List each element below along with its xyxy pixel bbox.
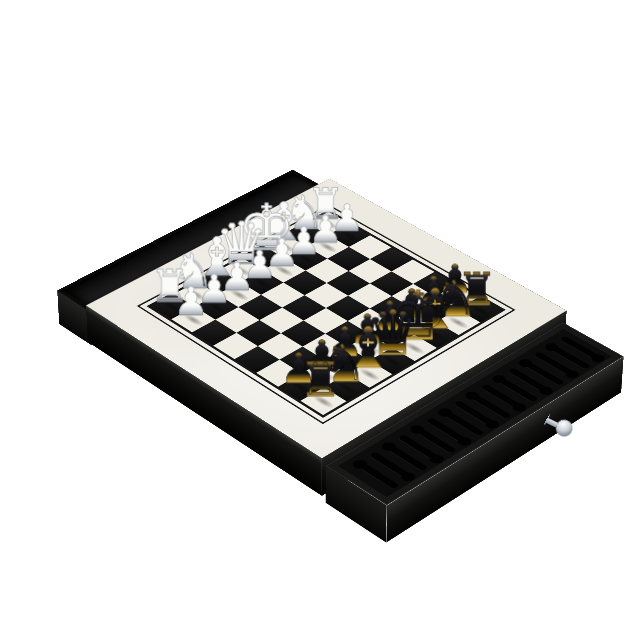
chess-box: ♜♞♝♛♚♝♞♜♟♟♟♟♟♟♟♟♟♟♟♟♟♟♟♟♜♞♝♛♚♝♞♜ xyxy=(86,179,567,458)
foam-slot xyxy=(534,352,575,375)
foam-slot xyxy=(426,417,467,442)
foam-slot xyxy=(416,428,457,453)
piece-white-pawn-a2: ♟ xyxy=(168,282,212,321)
foam-slot xyxy=(387,445,428,471)
scene: ♜♞♝♛♚♝♞♜♟♟♟♟♟♟♟♟♟♟♟♟♟♟♟♟♜♞♝♛♚♝♞♜ xyxy=(0,0,640,640)
foam-slot xyxy=(524,362,565,386)
foam-slot xyxy=(454,400,495,425)
chess-set-product-photo: ♜♞♝♛♚♝♞♜♟♟♟♟♟♟♟♟♟♟♟♟♟♟♟♟♜♞♝♛♚♝♞♜ xyxy=(0,0,640,640)
foam-slot xyxy=(471,394,512,419)
white-pawn-glyph: ♟ xyxy=(168,282,212,321)
foam-slot xyxy=(507,368,548,392)
foam-slot xyxy=(559,336,599,359)
foam-slot xyxy=(481,384,522,408)
foam-slot xyxy=(398,434,439,460)
black-rook-glyph: ♜ xyxy=(297,356,343,403)
foam-slot xyxy=(498,378,539,402)
foam-slot xyxy=(359,463,400,489)
piece-black-rook-a8: ♜ xyxy=(297,356,343,403)
foam-slot xyxy=(369,452,410,478)
foam-slot xyxy=(550,346,591,369)
foam-slot xyxy=(444,411,485,436)
